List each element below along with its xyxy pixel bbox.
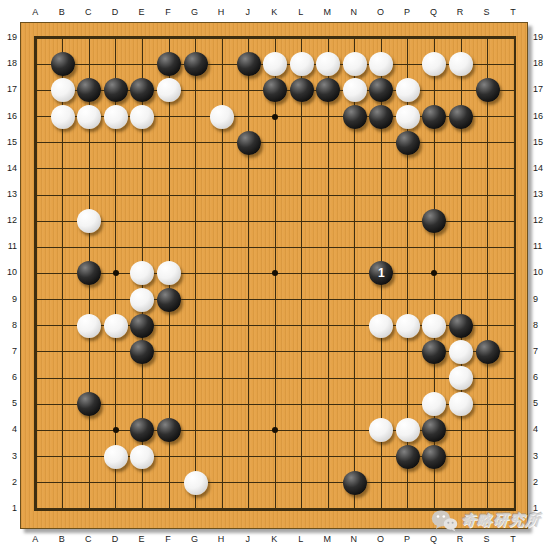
- intersection-H18[interactable]: [209, 51, 236, 77]
- intersection-O13[interactable]: [368, 182, 395, 208]
- intersection-T19[interactable]: [501, 25, 528, 51]
- intersection-R16[interactable]: [448, 103, 475, 129]
- intersection-O8[interactable]: [368, 313, 395, 339]
- intersection-D19[interactable]: [103, 25, 130, 51]
- intersection-D13[interactable]: [103, 182, 130, 208]
- intersection-J5[interactable]: [235, 391, 262, 417]
- intersection-E10[interactable]: [129, 260, 156, 286]
- intersection-N13[interactable]: [342, 182, 369, 208]
- intersection-D14[interactable]: [103, 156, 130, 182]
- intersection-B15[interactable]: [50, 130, 77, 156]
- intersection-N19[interactable]: [342, 25, 369, 51]
- intersection-C1[interactable]: [76, 496, 103, 522]
- intersection-B4[interactable]: [50, 417, 77, 443]
- intersection-M16[interactable]: [315, 103, 342, 129]
- intersection-M3[interactable]: [315, 444, 342, 470]
- intersection-Q5[interactable]: [421, 391, 448, 417]
- intersection-B10[interactable]: [50, 260, 77, 286]
- intersection-N15[interactable]: [342, 130, 369, 156]
- intersection-G3[interactable]: [182, 444, 209, 470]
- intersection-T3[interactable]: [501, 444, 528, 470]
- intersection-P9[interactable]: [395, 287, 422, 313]
- intersection-K12[interactable]: [262, 208, 289, 234]
- intersection-O3[interactable]: [368, 444, 395, 470]
- intersection-O4[interactable]: [368, 417, 395, 443]
- intersection-F4[interactable]: [156, 417, 183, 443]
- intersection-B19[interactable]: [50, 25, 77, 51]
- intersection-C3[interactable]: [76, 444, 103, 470]
- intersection-P13[interactable]: [395, 182, 422, 208]
- intersection-L15[interactable]: [288, 130, 315, 156]
- intersection-K1[interactable]: [262, 496, 289, 522]
- intersection-T18[interactable]: [501, 51, 528, 77]
- intersection-K2[interactable]: [262, 470, 289, 496]
- intersection-G9[interactable]: [182, 287, 209, 313]
- intersection-T4[interactable]: [501, 417, 528, 443]
- intersection-N17[interactable]: [342, 77, 369, 103]
- intersection-D7[interactable]: [103, 339, 130, 365]
- intersection-K18[interactable]: [262, 51, 289, 77]
- intersection-L17[interactable]: [288, 77, 315, 103]
- intersection-H13[interactable]: [209, 182, 236, 208]
- intersection-C7[interactable]: [76, 339, 103, 365]
- intersection-D8[interactable]: [103, 313, 130, 339]
- intersection-B18[interactable]: [50, 51, 77, 77]
- intersection-G14[interactable]: [182, 156, 209, 182]
- intersection-A14[interactable]: [23, 156, 50, 182]
- intersection-D1[interactable]: [103, 496, 130, 522]
- intersection-C19[interactable]: [76, 25, 103, 51]
- intersection-M8[interactable]: [315, 313, 342, 339]
- intersection-S13[interactable]: [474, 182, 501, 208]
- intersection-L3[interactable]: [288, 444, 315, 470]
- intersection-G16[interactable]: [182, 103, 209, 129]
- intersection-B9[interactable]: [50, 287, 77, 313]
- intersection-S7[interactable]: [474, 339, 501, 365]
- intersection-B7[interactable]: [50, 339, 77, 365]
- intersection-C16[interactable]: [76, 103, 103, 129]
- intersection-P12[interactable]: [395, 208, 422, 234]
- intersection-T16[interactable]: [501, 103, 528, 129]
- intersection-S19[interactable]: [474, 25, 501, 51]
- intersection-S17[interactable]: [474, 77, 501, 103]
- intersection-E8[interactable]: [129, 313, 156, 339]
- intersection-F14[interactable]: [156, 156, 183, 182]
- intersection-B16[interactable]: [50, 103, 77, 129]
- intersection-M10[interactable]: [315, 260, 342, 286]
- intersection-F7[interactable]: [156, 339, 183, 365]
- intersection-O14[interactable]: [368, 156, 395, 182]
- intersection-P18[interactable]: [395, 51, 422, 77]
- intersection-T2[interactable]: [501, 470, 528, 496]
- intersection-G19[interactable]: [182, 25, 209, 51]
- intersection-Q11[interactable]: [421, 234, 448, 260]
- intersection-N11[interactable]: [342, 234, 369, 260]
- intersection-R2[interactable]: [448, 470, 475, 496]
- intersection-A13[interactable]: [23, 182, 50, 208]
- intersection-K4[interactable]: [262, 417, 289, 443]
- intersection-A6[interactable]: [23, 365, 50, 391]
- intersection-O6[interactable]: [368, 365, 395, 391]
- intersection-T17[interactable]: [501, 77, 528, 103]
- intersection-B8[interactable]: [50, 313, 77, 339]
- intersection-A3[interactable]: [23, 444, 50, 470]
- intersection-M19[interactable]: [315, 25, 342, 51]
- intersection-J10[interactable]: [235, 260, 262, 286]
- intersection-J13[interactable]: [235, 182, 262, 208]
- intersection-N1[interactable]: [342, 496, 369, 522]
- intersection-L16[interactable]: [288, 103, 315, 129]
- intersection-A16[interactable]: [23, 103, 50, 129]
- intersection-O16[interactable]: [368, 103, 395, 129]
- intersection-G10[interactable]: [182, 260, 209, 286]
- intersection-L11[interactable]: [288, 234, 315, 260]
- intersection-R11[interactable]: [448, 234, 475, 260]
- intersection-Q9[interactable]: [421, 287, 448, 313]
- intersection-C8[interactable]: [76, 313, 103, 339]
- intersection-D11[interactable]: [103, 234, 130, 260]
- intersection-D17[interactable]: [103, 77, 130, 103]
- intersection-S10[interactable]: [474, 260, 501, 286]
- intersection-M2[interactable]: [315, 470, 342, 496]
- intersection-T14[interactable]: [501, 156, 528, 182]
- intersection-D2[interactable]: [103, 470, 130, 496]
- intersection-D6[interactable]: [103, 365, 130, 391]
- intersection-O17[interactable]: [368, 77, 395, 103]
- intersection-A11[interactable]: [23, 234, 50, 260]
- intersection-L10[interactable]: [288, 260, 315, 286]
- intersection-J19[interactable]: [235, 25, 262, 51]
- intersection-G8[interactable]: [182, 313, 209, 339]
- intersection-E12[interactable]: [129, 208, 156, 234]
- intersection-P11[interactable]: [395, 234, 422, 260]
- intersection-S14[interactable]: [474, 156, 501, 182]
- intersection-J14[interactable]: [235, 156, 262, 182]
- intersection-H19[interactable]: [209, 25, 236, 51]
- intersection-N3[interactable]: [342, 444, 369, 470]
- intersection-K15[interactable]: [262, 130, 289, 156]
- intersection-G17[interactable]: [182, 77, 209, 103]
- intersection-A15[interactable]: [23, 130, 50, 156]
- intersection-J6[interactable]: [235, 365, 262, 391]
- intersection-K11[interactable]: [262, 234, 289, 260]
- intersection-H14[interactable]: [209, 156, 236, 182]
- intersection-L4[interactable]: [288, 417, 315, 443]
- intersection-N7[interactable]: [342, 339, 369, 365]
- intersection-M17[interactable]: [315, 77, 342, 103]
- intersection-M12[interactable]: [315, 208, 342, 234]
- intersection-M11[interactable]: [315, 234, 342, 260]
- intersection-R5[interactable]: [448, 391, 475, 417]
- intersection-D5[interactable]: [103, 391, 130, 417]
- intersection-A8[interactable]: [23, 313, 50, 339]
- intersection-S4[interactable]: [474, 417, 501, 443]
- intersection-K10[interactable]: [262, 260, 289, 286]
- intersection-Q19[interactable]: [421, 25, 448, 51]
- intersection-C17[interactable]: [76, 77, 103, 103]
- intersection-P10[interactable]: [395, 260, 422, 286]
- intersection-H15[interactable]: [209, 130, 236, 156]
- intersection-C18[interactable]: [76, 51, 103, 77]
- intersection-E2[interactable]: [129, 470, 156, 496]
- intersection-N6[interactable]: [342, 365, 369, 391]
- intersection-G13[interactable]: [182, 182, 209, 208]
- intersection-O18[interactable]: [368, 51, 395, 77]
- intersection-F3[interactable]: [156, 444, 183, 470]
- intersection-R15[interactable]: [448, 130, 475, 156]
- intersection-K6[interactable]: [262, 365, 289, 391]
- intersection-Q17[interactable]: [421, 77, 448, 103]
- intersection-S12[interactable]: [474, 208, 501, 234]
- intersection-K8[interactable]: [262, 313, 289, 339]
- intersection-H10[interactable]: [209, 260, 236, 286]
- intersection-L2[interactable]: [288, 470, 315, 496]
- intersection-Q13[interactable]: [421, 182, 448, 208]
- intersection-B13[interactable]: [50, 182, 77, 208]
- intersection-B5[interactable]: [50, 391, 77, 417]
- intersection-M1[interactable]: [315, 496, 342, 522]
- intersection-K16[interactable]: [262, 103, 289, 129]
- intersection-F1[interactable]: [156, 496, 183, 522]
- intersection-H11[interactable]: [209, 234, 236, 260]
- intersection-N4[interactable]: [342, 417, 369, 443]
- intersection-E13[interactable]: [129, 182, 156, 208]
- intersection-J1[interactable]: [235, 496, 262, 522]
- intersection-K13[interactable]: [262, 182, 289, 208]
- intersection-O5[interactable]: [368, 391, 395, 417]
- intersection-F16[interactable]: [156, 103, 183, 129]
- intersection-L8[interactable]: [288, 313, 315, 339]
- intersection-E9[interactable]: [129, 287, 156, 313]
- intersection-D4[interactable]: [103, 417, 130, 443]
- intersection-C5[interactable]: [76, 391, 103, 417]
- intersection-E19[interactable]: [129, 25, 156, 51]
- intersection-J2[interactable]: [235, 470, 262, 496]
- intersection-T7[interactable]: [501, 339, 528, 365]
- intersection-M18[interactable]: [315, 51, 342, 77]
- intersection-A10[interactable]: [23, 260, 50, 286]
- intersection-N14[interactable]: [342, 156, 369, 182]
- intersection-L1[interactable]: [288, 496, 315, 522]
- intersection-J17[interactable]: [235, 77, 262, 103]
- intersection-R14[interactable]: [448, 156, 475, 182]
- intersection-M6[interactable]: [315, 365, 342, 391]
- intersection-K5[interactable]: [262, 391, 289, 417]
- intersection-G6[interactable]: [182, 365, 209, 391]
- intersection-G15[interactable]: [182, 130, 209, 156]
- intersection-O9[interactable]: [368, 287, 395, 313]
- intersection-D10[interactable]: [103, 260, 130, 286]
- intersection-P6[interactable]: [395, 365, 422, 391]
- intersection-C11[interactable]: [76, 234, 103, 260]
- intersection-Q12[interactable]: [421, 208, 448, 234]
- intersection-E14[interactable]: [129, 156, 156, 182]
- intersection-B2[interactable]: [50, 470, 77, 496]
- intersection-N18[interactable]: [342, 51, 369, 77]
- intersection-O12[interactable]: [368, 208, 395, 234]
- intersection-P19[interactable]: [395, 25, 422, 51]
- intersection-B6[interactable]: [50, 365, 77, 391]
- intersection-A12[interactable]: [23, 208, 50, 234]
- intersection-P1[interactable]: [395, 496, 422, 522]
- intersection-L18[interactable]: [288, 51, 315, 77]
- intersection-A7[interactable]: [23, 339, 50, 365]
- intersection-J8[interactable]: [235, 313, 262, 339]
- intersection-D9[interactable]: [103, 287, 130, 313]
- intersection-L5[interactable]: [288, 391, 315, 417]
- intersection-S3[interactable]: [474, 444, 501, 470]
- intersection-H8[interactable]: [209, 313, 236, 339]
- intersection-Q18[interactable]: [421, 51, 448, 77]
- intersection-M9[interactable]: [315, 287, 342, 313]
- intersection-K9[interactable]: [262, 287, 289, 313]
- intersection-F9[interactable]: [156, 287, 183, 313]
- intersection-H12[interactable]: [209, 208, 236, 234]
- intersection-B1[interactable]: [50, 496, 77, 522]
- intersection-F8[interactable]: [156, 313, 183, 339]
- intersection-H1[interactable]: [209, 496, 236, 522]
- intersection-E5[interactable]: [129, 391, 156, 417]
- intersection-F13[interactable]: [156, 182, 183, 208]
- intersection-D16[interactable]: [103, 103, 130, 129]
- intersection-L19[interactable]: [288, 25, 315, 51]
- intersection-G7[interactable]: [182, 339, 209, 365]
- intersection-K14[interactable]: [262, 156, 289, 182]
- intersection-E17[interactable]: [129, 77, 156, 103]
- intersection-K19[interactable]: [262, 25, 289, 51]
- intersection-M13[interactable]: [315, 182, 342, 208]
- intersection-D3[interactable]: [103, 444, 130, 470]
- intersection-J18[interactable]: [235, 51, 262, 77]
- intersection-G4[interactable]: [182, 417, 209, 443]
- intersection-L13[interactable]: [288, 182, 315, 208]
- intersection-R10[interactable]: [448, 260, 475, 286]
- intersection-B3[interactable]: [50, 444, 77, 470]
- intersection-S15[interactable]: [474, 130, 501, 156]
- intersection-P15[interactable]: [395, 130, 422, 156]
- intersection-R12[interactable]: [448, 208, 475, 234]
- intersection-L9[interactable]: [288, 287, 315, 313]
- intersection-T9[interactable]: [501, 287, 528, 313]
- intersection-L6[interactable]: [288, 365, 315, 391]
- intersection-P17[interactable]: [395, 77, 422, 103]
- intersection-F15[interactable]: [156, 130, 183, 156]
- intersection-H17[interactable]: [209, 77, 236, 103]
- intersection-R13[interactable]: [448, 182, 475, 208]
- intersection-H7[interactable]: [209, 339, 236, 365]
- intersection-C15[interactable]: [76, 130, 103, 156]
- intersection-O7[interactable]: [368, 339, 395, 365]
- intersection-E16[interactable]: [129, 103, 156, 129]
- intersection-J15[interactable]: [235, 130, 262, 156]
- intersection-K17[interactable]: [262, 77, 289, 103]
- intersection-J9[interactable]: [235, 287, 262, 313]
- intersection-P8[interactable]: [395, 313, 422, 339]
- intersection-Q2[interactable]: [421, 470, 448, 496]
- intersection-J7[interactable]: [235, 339, 262, 365]
- intersection-J3[interactable]: [235, 444, 262, 470]
- intersection-A4[interactable]: [23, 417, 50, 443]
- intersection-H5[interactable]: [209, 391, 236, 417]
- intersection-T12[interactable]: [501, 208, 528, 234]
- intersection-H6[interactable]: [209, 365, 236, 391]
- intersection-S8[interactable]: [474, 313, 501, 339]
- intersection-F17[interactable]: [156, 77, 183, 103]
- intersection-T8[interactable]: [501, 313, 528, 339]
- intersection-H3[interactable]: [209, 444, 236, 470]
- intersection-S5[interactable]: [474, 391, 501, 417]
- intersection-F11[interactable]: [156, 234, 183, 260]
- intersection-E11[interactable]: [129, 234, 156, 260]
- intersection-R19[interactable]: [448, 25, 475, 51]
- intersection-E15[interactable]: [129, 130, 156, 156]
- intersection-A5[interactable]: [23, 391, 50, 417]
- intersection-M7[interactable]: [315, 339, 342, 365]
- intersection-Q4[interactable]: [421, 417, 448, 443]
- intersection-O15[interactable]: [368, 130, 395, 156]
- intersection-E18[interactable]: [129, 51, 156, 77]
- intersection-D15[interactable]: [103, 130, 130, 156]
- intersection-Q7[interactable]: [421, 339, 448, 365]
- intersection-A17[interactable]: [23, 77, 50, 103]
- intersection-R8[interactable]: [448, 313, 475, 339]
- intersection-H16[interactable]: [209, 103, 236, 129]
- intersection-T5[interactable]: [501, 391, 528, 417]
- intersection-Q6[interactable]: [421, 365, 448, 391]
- intersection-T10[interactable]: [501, 260, 528, 286]
- intersection-S6[interactable]: [474, 365, 501, 391]
- intersection-T15[interactable]: [501, 130, 528, 156]
- intersection-S18[interactable]: [474, 51, 501, 77]
- intersection-T6[interactable]: [501, 365, 528, 391]
- intersection-M5[interactable]: [315, 391, 342, 417]
- intersection-R9[interactable]: [448, 287, 475, 313]
- intersection-L12[interactable]: [288, 208, 315, 234]
- intersection-F5[interactable]: [156, 391, 183, 417]
- intersection-M4[interactable]: [315, 417, 342, 443]
- intersection-O19[interactable]: [368, 25, 395, 51]
- intersection-J11[interactable]: [235, 234, 262, 260]
- intersection-C9[interactable]: [76, 287, 103, 313]
- intersection-G12[interactable]: [182, 208, 209, 234]
- intersection-L7[interactable]: [288, 339, 315, 365]
- intersection-M14[interactable]: [315, 156, 342, 182]
- intersection-E7[interactable]: [129, 339, 156, 365]
- intersection-R4[interactable]: [448, 417, 475, 443]
- intersection-S2[interactable]: [474, 470, 501, 496]
- intersection-F6[interactable]: [156, 365, 183, 391]
- intersection-Q8[interactable]: [421, 313, 448, 339]
- intersection-N5[interactable]: [342, 391, 369, 417]
- intersection-N8[interactable]: [342, 313, 369, 339]
- intersection-R7[interactable]: [448, 339, 475, 365]
- intersection-H9[interactable]: [209, 287, 236, 313]
- intersection-F19[interactable]: [156, 25, 183, 51]
- intersection-A1[interactable]: [23, 496, 50, 522]
- intersection-G11[interactable]: [182, 234, 209, 260]
- intersection-F18[interactable]: [156, 51, 183, 77]
- intersection-A18[interactable]: [23, 51, 50, 77]
- intersection-S9[interactable]: [474, 287, 501, 313]
- intersection-G2[interactable]: [182, 470, 209, 496]
- intersection-R18[interactable]: [448, 51, 475, 77]
- intersection-G1[interactable]: [182, 496, 209, 522]
- intersection-P2[interactable]: [395, 470, 422, 496]
- intersection-J16[interactable]: [235, 103, 262, 129]
- intersection-M15[interactable]: [315, 130, 342, 156]
- intersection-C2[interactable]: [76, 470, 103, 496]
- intersection-Q16[interactable]: [421, 103, 448, 129]
